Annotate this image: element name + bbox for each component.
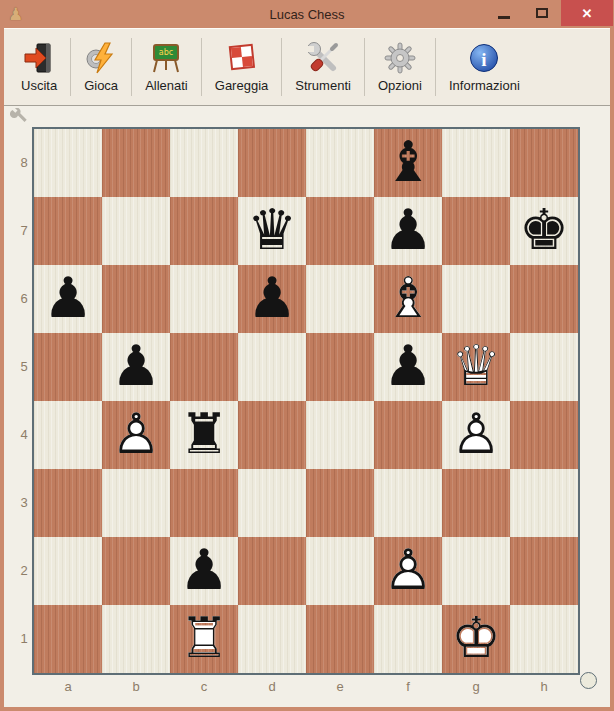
black-pawn-b5[interactable]: ♟ (102, 333, 170, 401)
minimize-button[interactable] (485, 0, 523, 26)
piece-fill: ♚ (510, 197, 578, 265)
toolbar-button-label: Opzioni (378, 78, 422, 93)
square-h3[interactable] (510, 469, 578, 537)
toolbar-button-label: Gareggia (215, 78, 268, 93)
square-c2[interactable]: ♟ (170, 537, 238, 605)
square-f8[interactable]: ♝ (374, 129, 442, 197)
toolbar-button-strumenti[interactable]: Strumenti (282, 29, 364, 105)
square-d4[interactable] (238, 401, 306, 469)
white-pawn-b4[interactable]: ♟♙ (102, 401, 170, 469)
square-f4[interactable] (374, 401, 442, 469)
wrench-icon[interactable] (10, 108, 28, 126)
piece-fill: ♟ (238, 265, 306, 333)
square-f2[interactable]: ♟♙ (374, 537, 442, 605)
toolbar-button-uscita[interactable]: Uscita (8, 29, 70, 105)
white-king-g1[interactable]: ♚♔ (442, 605, 510, 673)
tools-icon (306, 41, 340, 75)
square-g1[interactable]: ♚♔ (442, 605, 510, 673)
square-c6[interactable] (170, 265, 238, 333)
square-e8[interactable] (306, 129, 374, 197)
lucas-chess-window: ♟ Lucas Chess ✕ UscitaGiocaabcAllenatiGa… (0, 0, 614, 711)
square-e6[interactable] (306, 265, 374, 333)
black-bishop-f8[interactable]: ♝ (374, 129, 442, 197)
square-g2[interactable] (442, 537, 510, 605)
file-label-e: e (306, 677, 374, 697)
turn-indicator (580, 672, 597, 689)
piece-fill: ♟ (374, 333, 442, 401)
square-c7[interactable] (170, 197, 238, 265)
piece-fill: ♟ (170, 537, 238, 605)
toolbar-button-gioca[interactable]: Gioca (71, 29, 131, 105)
white-pawn-f2[interactable]: ♟♙ (374, 537, 442, 605)
square-g5[interactable]: ♛♕ (442, 333, 510, 401)
file-label-g: g (442, 677, 510, 697)
white-bishop-f6[interactable]: ♝♗ (374, 265, 442, 333)
square-d3[interactable] (238, 469, 306, 537)
piece-outline: ♙ (102, 401, 170, 469)
square-f3[interactable] (374, 469, 442, 537)
checkered-flag-icon (225, 41, 259, 75)
square-e3[interactable] (306, 469, 374, 537)
black-king-h7[interactable]: ♚ (510, 197, 578, 265)
toolbar-button-label: Informazioni (449, 78, 520, 93)
engine-lightning-icon (84, 41, 118, 75)
square-b8[interactable] (102, 129, 170, 197)
square-d7[interactable]: ♛ (238, 197, 306, 265)
piece-fill: ♟ (102, 333, 170, 401)
toolbar-button-informazioni[interactable]: iInformazioni (436, 29, 533, 105)
toolbar-button-allenati[interactable]: abcAllenati (132, 29, 201, 105)
rank-label-4: 4 (14, 401, 34, 469)
square-c8[interactable] (170, 129, 238, 197)
square-d8[interactable] (238, 129, 306, 197)
square-d1[interactable] (238, 605, 306, 673)
black-pawn-c2[interactable]: ♟ (170, 537, 238, 605)
square-b3[interactable] (102, 469, 170, 537)
chalkboard-icon: abc (149, 41, 183, 75)
square-h2[interactable] (510, 537, 578, 605)
square-h6[interactable] (510, 265, 578, 333)
square-h1[interactable] (510, 605, 578, 673)
piece-fill: ♛ (238, 197, 306, 265)
square-h7[interactable]: ♚ (510, 197, 578, 265)
piece-outline: ♖ (170, 605, 238, 673)
square-a7[interactable] (34, 197, 102, 265)
black-pawn-d6[interactable]: ♟ (238, 265, 306, 333)
black-pawn-f5[interactable]: ♟ (374, 333, 442, 401)
black-pawn-f7[interactable]: ♟ (374, 197, 442, 265)
toolbar-button-label: Strumenti (295, 78, 351, 93)
square-g4[interactable]: ♟♙ (442, 401, 510, 469)
piece-fill: ♟ (34, 265, 102, 333)
white-pawn-g4[interactable]: ♟♙ (442, 401, 510, 469)
close-icon: ✕ (582, 6, 593, 21)
rank-label-1: 1 (14, 605, 34, 673)
minimize-icon (498, 16, 510, 19)
file-coordinates: abcdefgh (34, 677, 578, 697)
square-d2[interactable] (238, 537, 306, 605)
rank-label-2: 2 (14, 537, 34, 605)
square-b2[interactable] (102, 537, 170, 605)
square-a1[interactable] (34, 605, 102, 673)
square-h4[interactable] (510, 401, 578, 469)
piece-fill: ♝ (374, 129, 442, 197)
square-c4[interactable]: ♜ (170, 401, 238, 469)
square-c5[interactable] (170, 333, 238, 401)
square-f1[interactable] (374, 605, 442, 673)
rank-label-6: 6 (14, 265, 34, 333)
rank-label-5: 5 (14, 333, 34, 401)
rank-label-3: 3 (14, 469, 34, 537)
square-e2[interactable] (306, 537, 374, 605)
rank-label-7: 7 (14, 197, 34, 265)
toolbar-button-label: Gioca (84, 78, 118, 93)
square-e5[interactable] (306, 333, 374, 401)
board-panel: ♝♛♟♚♟♟♝♗♟♟♛♕♟♙♜♟♙♟♟♙♜♖♚♔ 87654321 abcdef… (4, 106, 610, 707)
chess-board: ♝♛♟♚♟♟♝♗♟♟♛♕♟♙♜♟♙♟♟♙♜♖♚♔ (32, 127, 580, 675)
piece-outline: ♙ (374, 537, 442, 605)
square-d6[interactable]: ♟ (238, 265, 306, 333)
piece-outline: ♗ (374, 265, 442, 333)
black-rook-c4[interactable]: ♜ (170, 401, 238, 469)
square-g6[interactable] (442, 265, 510, 333)
square-g7[interactable] (442, 197, 510, 265)
square-b7[interactable] (102, 197, 170, 265)
file-label-c: c (170, 677, 238, 697)
file-label-h: h (510, 677, 578, 697)
toolbar-button-label: Uscita (21, 78, 57, 93)
exit-door-icon (22, 41, 56, 75)
piece-outline: ♙ (442, 401, 510, 469)
square-a6[interactable]: ♟ (34, 265, 102, 333)
close-button[interactable]: ✕ (561, 0, 613, 26)
window-content: UscitaGiocaabcAllenatiGareggiaStrumentiO… (4, 28, 610, 707)
square-e7[interactable] (306, 197, 374, 265)
square-a8[interactable] (34, 129, 102, 197)
black-queen-d7[interactable]: ♛ (238, 197, 306, 265)
toolbar-button-label: Allenati (145, 78, 188, 93)
square-a4[interactable] (34, 401, 102, 469)
piece-outline: ♕ (442, 333, 510, 401)
piece-fill: ♟ (374, 197, 442, 265)
toolbar-button-opzioni[interactable]: Opzioni (365, 29, 435, 105)
square-e4[interactable] (306, 401, 374, 469)
title-bar: ♟ Lucas Chess ✕ (0, 0, 614, 28)
svg-text:abc: abc (159, 48, 173, 57)
square-b6[interactable] (102, 265, 170, 333)
toolbar-button-gareggia[interactable]: Gareggia (202, 29, 281, 105)
square-b1[interactable] (102, 605, 170, 673)
info-icon: i (467, 41, 501, 75)
square-e1[interactable] (306, 605, 374, 673)
square-g3[interactable] (442, 469, 510, 537)
square-g8[interactable] (442, 129, 510, 197)
square-a3[interactable] (34, 469, 102, 537)
square-b5[interactable]: ♟ (102, 333, 170, 401)
file-label-f: f (374, 677, 442, 697)
square-b4[interactable]: ♟♙ (102, 401, 170, 469)
square-f6[interactable]: ♝♗ (374, 265, 442, 333)
svg-text:i: i (482, 49, 487, 70)
window-controls: ✕ (485, 0, 613, 26)
gear-icon (383, 41, 417, 75)
maximize-button[interactable] (523, 0, 561, 26)
pawn-icon: ♟ (8, 2, 23, 26)
maximize-icon (536, 8, 548, 18)
square-h5[interactable] (510, 333, 578, 401)
square-f7[interactable]: ♟ (374, 197, 442, 265)
square-h8[interactable] (510, 129, 578, 197)
file-label-b: b (102, 677, 170, 697)
piece-fill: ♜ (170, 401, 238, 469)
black-pawn-a6[interactable]: ♟ (34, 265, 102, 333)
white-rook-c1[interactable]: ♜♖ (170, 605, 238, 673)
square-c3[interactable] (170, 469, 238, 537)
square-a5[interactable] (34, 333, 102, 401)
rank-label-8: 8 (14, 129, 34, 197)
main-toolbar: UscitaGiocaabcAllenatiGareggiaStrumentiO… (4, 28, 610, 106)
square-d5[interactable] (238, 333, 306, 401)
file-label-d: d (238, 677, 306, 697)
white-queen-g5[interactable]: ♛♕ (442, 333, 510, 401)
square-a2[interactable] (34, 537, 102, 605)
square-c1[interactable]: ♜♖ (170, 605, 238, 673)
square-f5[interactable]: ♟ (374, 333, 442, 401)
file-label-a: a (34, 677, 102, 697)
piece-outline: ♔ (442, 605, 510, 673)
rank-coordinates: 87654321 (14, 129, 34, 673)
